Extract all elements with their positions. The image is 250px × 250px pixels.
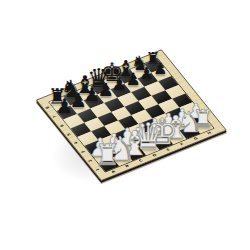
rank-label-3: 3 xyxy=(80,149,87,154)
piece-white-rook-a1[interactable]: ♜ xyxy=(93,141,122,170)
pieces-layer: ♜♞♝♛♚♝♞♜♟♟♟♟♟♟♟♟♟♟♟♟♟♟♟♟♜♞♝♛♚♝♞♜ xyxy=(0,0,250,250)
piece-black-pawn-a7[interactable]: ♟ xyxy=(55,96,75,116)
rank-label-5: 5 xyxy=(65,132,72,137)
rank-label-6: 6 xyxy=(58,123,65,128)
rank-label-4: 4 xyxy=(73,140,80,145)
chess-set-photo: ABCDEFGH 87654321 ♜♞♝♛♚♝♞♜♟♟♟♟♟♟♟♟♟♟♟♟♟♟… xyxy=(0,0,250,250)
